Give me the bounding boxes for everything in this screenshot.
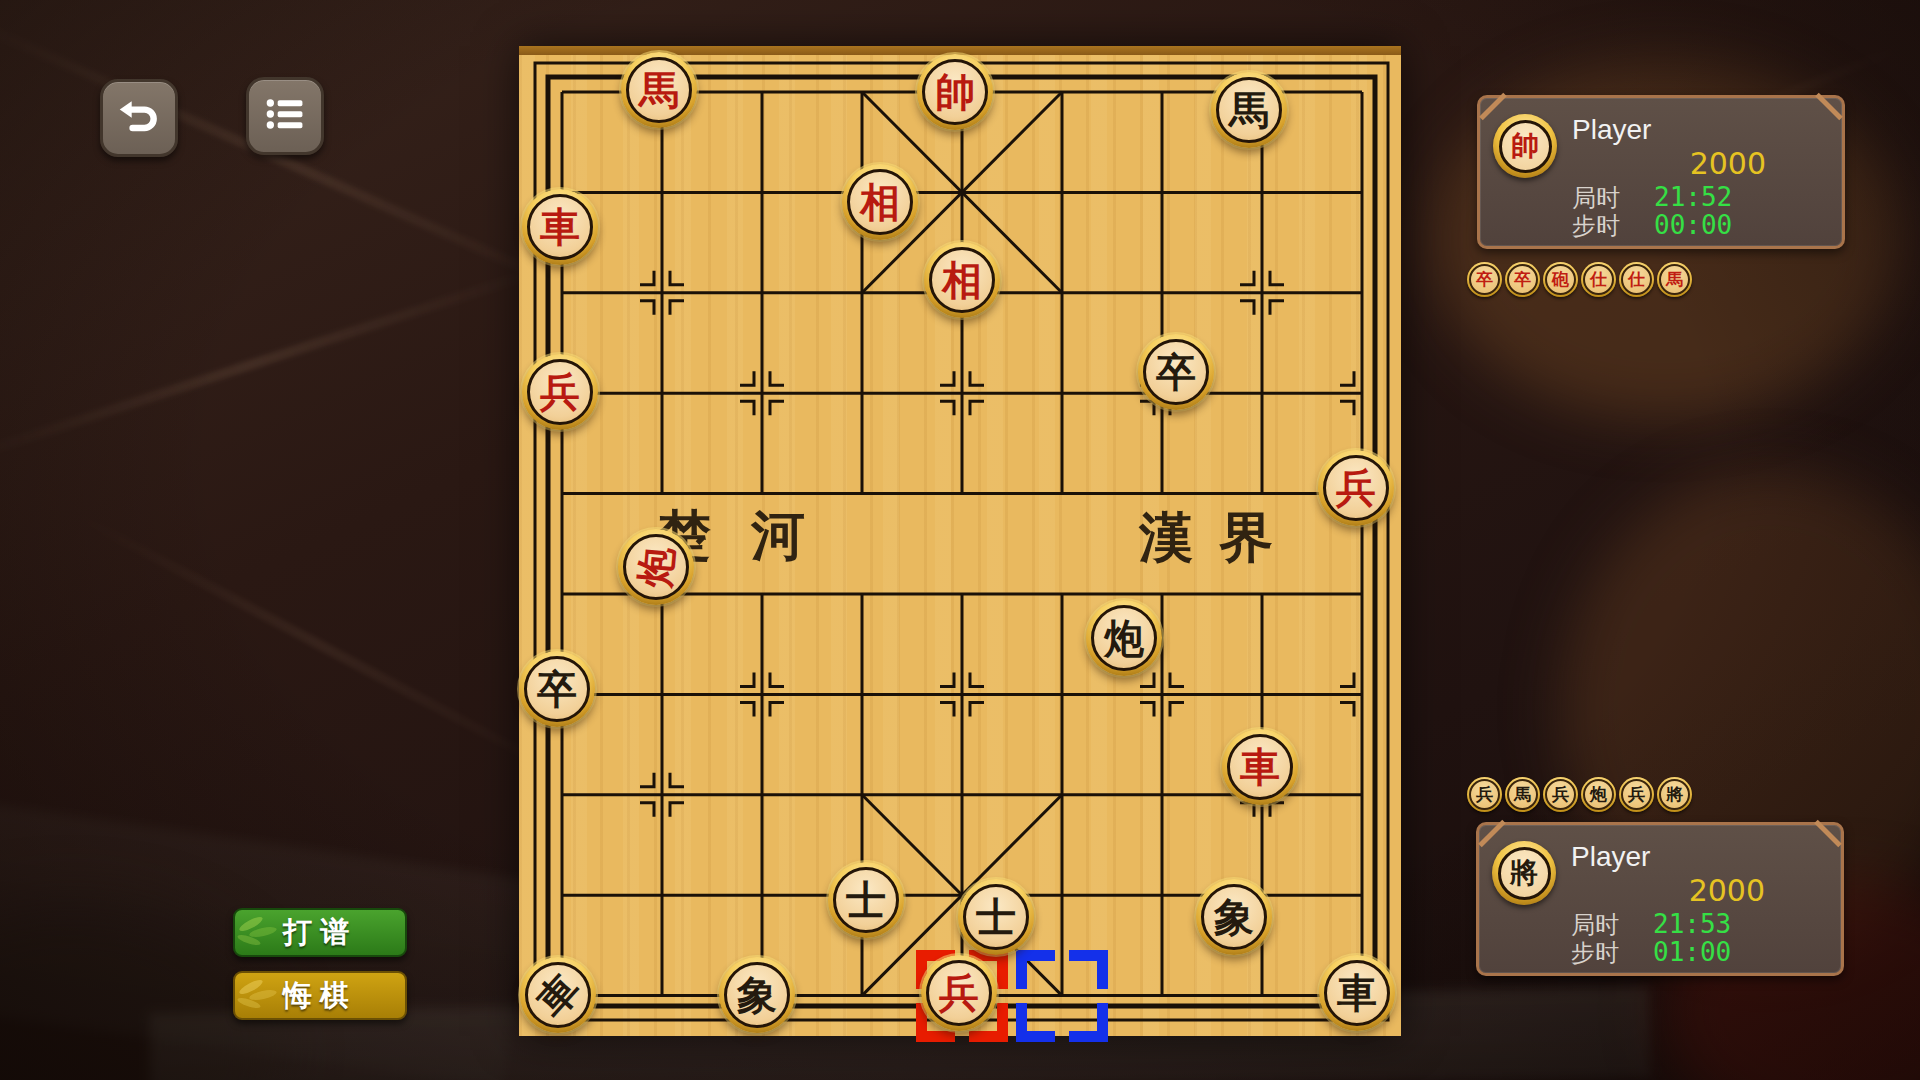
piece-red-兵[interactable]: 兵 <box>1318 450 1394 526</box>
back-button[interactable] <box>100 79 178 157</box>
captured-piece-炮: 炮 <box>1581 777 1616 812</box>
piece-glyph: 炮 <box>634 545 677 588</box>
piece-red-炮[interactable]: 炮 <box>618 529 694 605</box>
move-time-value: 01:00 <box>1653 937 1763 969</box>
piece-face: 相 <box>929 247 995 313</box>
piece-face: 車 <box>1227 734 1293 800</box>
dapu-label: 打谱 <box>283 913 357 953</box>
move-time-value: 00:00 <box>1654 210 1764 242</box>
piece-glyph: 相 <box>942 260 982 300</box>
piece-face: 士 <box>833 867 899 933</box>
piece-glyph: 車 <box>530 966 586 1022</box>
light-streak <box>70 509 569 781</box>
piece-black-馬[interactable]: 馬 <box>1211 72 1287 148</box>
captured-piece-兵: 兵 <box>1467 777 1502 812</box>
piece-black-卒[interactable]: 卒 <box>519 651 595 727</box>
piece-black-象[interactable]: 象 <box>719 957 795 1033</box>
piece-glyph: 兵 <box>939 973 979 1013</box>
captured-tray-bottom: 兵馬兵炮兵將 <box>1467 777 1692 812</box>
red-general-avatar: 帥 <box>1493 114 1557 178</box>
player-name: Player <box>1571 841 1650 873</box>
game-screen: 打谱 悔棋 楚河 漢界 馬帥馬車相相兵卒兵炮炮卒車士士象車象兵車 帥 Playe… <box>0 0 1920 1080</box>
back-icon <box>117 94 161 142</box>
piece-glyph: 象 <box>737 975 777 1015</box>
piece-glyph: 兵 <box>1336 468 1376 508</box>
captured-piece-砲: 砲 <box>1543 262 1578 297</box>
black-general-avatar: 將 <box>1492 841 1556 905</box>
piece-glyph: 車 <box>1337 973 1377 1013</box>
captured-piece-卒: 卒 <box>1505 262 1540 297</box>
piece-face: 炮 <box>623 534 689 600</box>
piece-glyph: 卒 <box>1156 352 1196 392</box>
captured-piece-將: 將 <box>1657 777 1692 812</box>
piece-red-車[interactable]: 車 <box>1222 729 1298 805</box>
piece-glyph: 卒 <box>537 669 577 709</box>
move-time-label: 步时 <box>1571 937 1653 969</box>
piece-black-炮[interactable]: 炮 <box>1086 600 1162 676</box>
player-name: Player <box>1572 114 1651 146</box>
piece-black-車[interactable]: 車 <box>1319 955 1395 1031</box>
piece-glyph: 兵 <box>540 372 580 412</box>
piece-glyph: 馬 <box>639 70 679 110</box>
piece-face: 士 <box>963 884 1029 950</box>
piece-glyph: 車 <box>540 207 580 247</box>
piece-glyph: 士 <box>846 880 886 920</box>
captured-piece-仕: 仕 <box>1581 262 1616 297</box>
piece-face: 兵 <box>926 960 992 1026</box>
captured-piece-卒: 卒 <box>1467 262 1502 297</box>
piece-face: 象 <box>1201 884 1267 950</box>
piece-black-士[interactable]: 士 <box>958 879 1034 955</box>
piece-face: 兵 <box>527 359 593 425</box>
piece-glyph: 帥 <box>935 72 975 112</box>
player-rating: 2000 <box>1690 146 1766 181</box>
piece-glyph: 炮 <box>1104 618 1144 658</box>
piece-face: 車 <box>527 194 593 260</box>
piece-black-車[interactable]: 車 <box>520 957 596 1033</box>
captured-piece-兵: 兵 <box>1543 777 1578 812</box>
piece-black-士[interactable]: 士 <box>828 862 904 938</box>
piece-glyph: 車 <box>1240 747 1280 787</box>
huiqi-button[interactable]: 悔棋 <box>233 971 407 1020</box>
captured-piece-仕: 仕 <box>1619 262 1654 297</box>
piece-face: 馬 <box>1216 77 1282 143</box>
move-list-button[interactable] <box>246 77 324 155</box>
piece-red-相[interactable]: 相 <box>924 242 1000 318</box>
player-panel-bottom: 將 Player 2000 局时 21:53 步时 01:00 <box>1476 822 1844 976</box>
piece-red-帥[interactable]: 帥 <box>917 54 993 130</box>
xiangqi-board[interactable]: 楚河 漢界 馬帥馬車相相兵卒兵炮炮卒車士士象車象兵車 <box>519 46 1401 1036</box>
light-streak <box>0 264 546 465</box>
piece-black-象[interactable]: 象 <box>1196 879 1272 955</box>
captured-piece-兵: 兵 <box>1619 777 1654 812</box>
piece-face: 帥 <box>922 59 988 125</box>
player-rating: 2000 <box>1689 873 1765 908</box>
captured-piece-馬: 馬 <box>1657 262 1692 297</box>
piece-face: 相 <box>847 169 913 235</box>
piece-face: 象 <box>724 962 790 1028</box>
piece-red-兵[interactable]: 兵 <box>921 955 997 1031</box>
huiqi-label: 悔棋 <box>283 976 357 1016</box>
piece-face: 卒 <box>524 656 590 722</box>
captured-tray-top: 卒卒砲仕仕馬 <box>1467 262 1692 297</box>
piece-face: 車 <box>1324 960 1390 1026</box>
move-time-label: 步时 <box>1572 210 1654 242</box>
piece-face: 炮 <box>1091 605 1157 671</box>
move-list-icon <box>263 92 307 140</box>
piece-glyph: 馬 <box>1229 90 1269 130</box>
piece-red-馬[interactable]: 馬 <box>621 52 697 128</box>
player-panel-top: 帥 Player 2000 局时 21:52 步时 00:00 <box>1477 95 1845 249</box>
piece-red-兵[interactable]: 兵 <box>522 354 598 430</box>
piece-face: 兵 <box>1323 455 1389 521</box>
piece-red-車[interactable]: 車 <box>522 189 598 265</box>
piece-red-相[interactable]: 相 <box>842 164 918 240</box>
bamboo-leaf-icon <box>237 975 293 1020</box>
dapu-button[interactable]: 打谱 <box>233 908 407 957</box>
piece-glyph: 相 <box>860 182 900 222</box>
piece-black-卒[interactable]: 卒 <box>1138 334 1214 410</box>
move-origin-marker <box>1016 950 1108 1042</box>
river-text-right: 漢界 <box>1139 502 1299 575</box>
piece-face: 車 <box>525 962 591 1028</box>
piece-glyph: 士 <box>976 897 1016 937</box>
bamboo-leaf-icon <box>237 912 293 957</box>
piece-face: 卒 <box>1143 339 1209 405</box>
captured-piece-馬: 馬 <box>1505 777 1540 812</box>
piece-glyph: 象 <box>1214 897 1254 937</box>
piece-face: 馬 <box>626 57 692 123</box>
